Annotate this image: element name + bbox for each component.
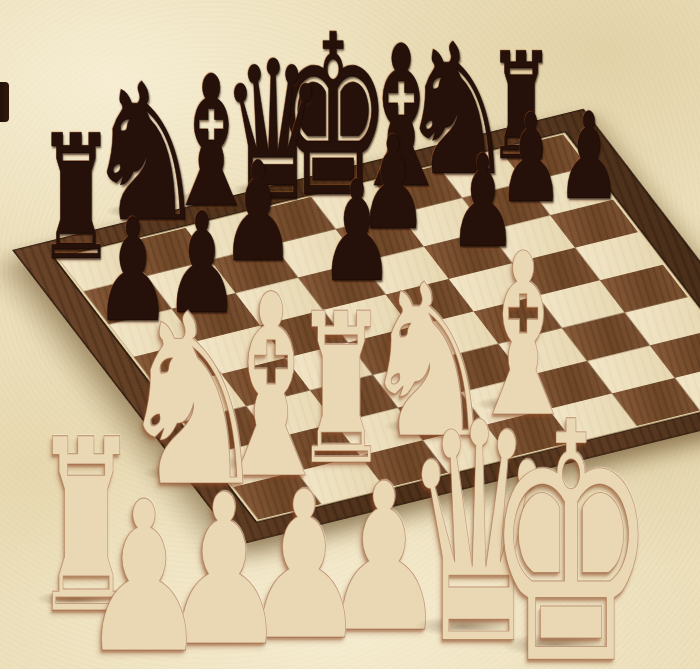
pawn-icon: ♟ <box>557 97 621 217</box>
photo-scene: ♜♞♝♛♚♝♞♜♟♟♟♟♟♟♟♟♞♝♜♞♝♜♟♟♟♟♛♚ <box>0 0 700 669</box>
pieces-layer: ♜♞♝♛♚♝♞♜♟♟♟♟♟♟♟♟♞♝♜♞♝♜♟♟♟♟♛♚ <box>0 0 700 669</box>
king-icon: ♚ <box>485 380 657 669</box>
pawn-icon: ♟ <box>80 474 207 669</box>
